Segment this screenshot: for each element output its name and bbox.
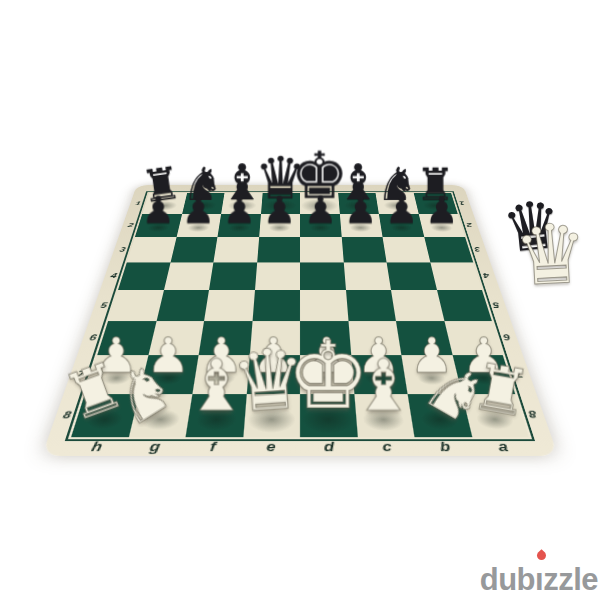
- square-c5[interactable]: [346, 290, 396, 321]
- coord-label-left-4: 4: [110, 272, 118, 279]
- coord-label-right-4: 4: [482, 272, 490, 279]
- coord-label-bottom-b: b: [438, 439, 451, 455]
- coord-label-bottom-g: g: [148, 439, 161, 455]
- black-pawn-h2[interactable]: ♟: [141, 193, 175, 229]
- black-pawn-b2[interactable]: ♟: [385, 193, 419, 229]
- black-pawn-c2[interactable]: ♟: [344, 193, 378, 229]
- dubizzle-watermark: dubızzle: [480, 562, 598, 598]
- spare-white-queen[interactable]: ♛: [512, 214, 589, 296]
- square-b4[interactable]: [387, 262, 437, 290]
- coord-label-left-5: 5: [99, 301, 108, 309]
- square-f3[interactable]: [213, 237, 258, 262]
- white-rook-a8[interactable]: ♜: [467, 356, 534, 426]
- black-pawn-f2[interactable]: ♟: [222, 193, 256, 229]
- watermark-text-suffix: zzle: [543, 562, 598, 597]
- coord-label-right-2: 2: [466, 222, 473, 228]
- coord-label-right-3: 3: [473, 246, 481, 253]
- watermark-letter-i: ı: [535, 562, 543, 598]
- square-c3[interactable]: [341, 237, 386, 262]
- square-d3[interactable]: [300, 237, 343, 262]
- square-e4[interactable]: [255, 262, 301, 290]
- square-e5[interactable]: [252, 290, 300, 321]
- board-mat: 1122334455667788hgfedcba♜♞♝♛♚♝♞♜♟♟♟♟♟♟♟♟…: [42, 185, 558, 456]
- square-h5[interactable]: [108, 290, 163, 321]
- square-c4[interactable]: [343, 262, 391, 290]
- square-b5[interactable]: [391, 290, 444, 321]
- watermark-i-stem: ı: [535, 562, 543, 597]
- black-pawn-e2[interactable]: ♟: [263, 193, 297, 229]
- coord-label-left-3: 3: [119, 246, 127, 253]
- square-a5[interactable]: [437, 290, 492, 321]
- coord-label-bottom-e: e: [266, 439, 276, 455]
- coord-label-bottom-d: d: [324, 439, 335, 455]
- square-h3[interactable]: [127, 237, 176, 262]
- square-h4[interactable]: [118, 262, 170, 290]
- coord-label-left-2: 2: [127, 222, 134, 228]
- coord-label-bottom-c: c: [381, 439, 392, 455]
- board-perspective: 1122334455667788hgfedcba♜♞♝♛♚♝♞♜♟♟♟♟♟♟♟♟…: [100, 100, 500, 480]
- square-b3[interactable]: [383, 237, 430, 262]
- coord-label-bottom-a: a: [496, 439, 510, 455]
- black-pawn-g2[interactable]: ♟: [182, 193, 216, 229]
- coord-label-bottom-f: f: [209, 439, 216, 455]
- square-g5[interactable]: [156, 290, 209, 321]
- square-a4[interactable]: [430, 262, 482, 290]
- square-e3[interactable]: [257, 237, 300, 262]
- square-f5[interactable]: [204, 290, 254, 321]
- square-d4[interactable]: [300, 262, 346, 290]
- coord-label-right-1: 1: [458, 200, 465, 206]
- square-a3[interactable]: [424, 237, 473, 262]
- coord-label-right-5: 5: [492, 301, 501, 309]
- white-queen-e8[interactable]: ♛: [229, 339, 309, 423]
- flame-icon: [535, 549, 548, 562]
- square-g3[interactable]: [170, 237, 217, 262]
- coord-label-right-8: 8: [527, 409, 538, 420]
- square-g4[interactable]: [164, 262, 214, 290]
- coord-label-bottom-h: h: [90, 439, 105, 455]
- watermark-text-prefix: dub: [480, 562, 535, 597]
- square-d5[interactable]: [300, 290, 348, 321]
- black-pawn-a2[interactable]: ♟: [425, 193, 459, 229]
- black-pawn-d2[interactable]: ♟: [303, 193, 337, 229]
- square-f4[interactable]: [209, 262, 257, 290]
